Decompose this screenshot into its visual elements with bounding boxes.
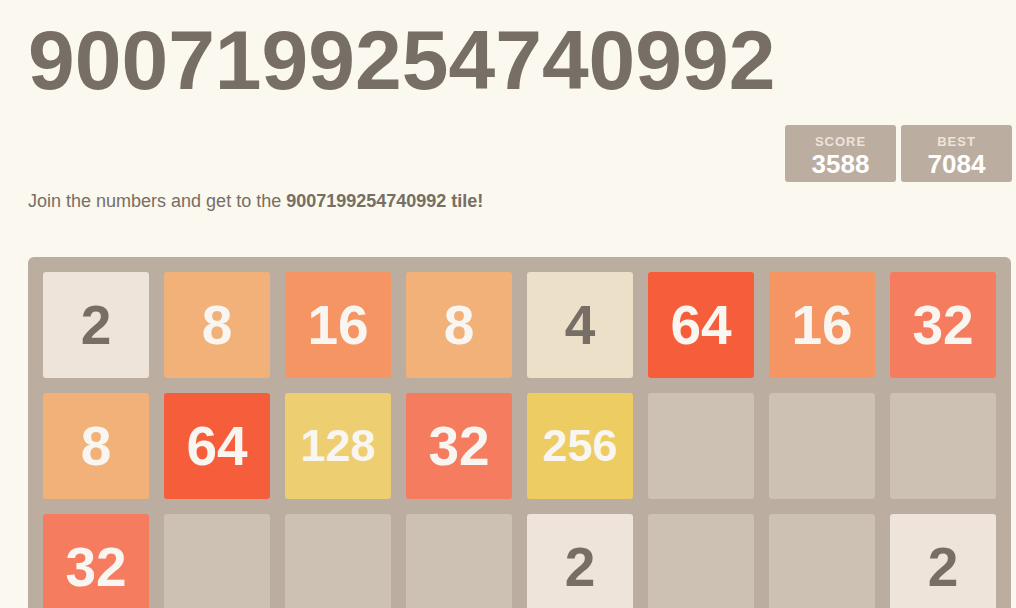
page-title: 9007199254740992	[28, 18, 775, 102]
empty-cell	[648, 514, 754, 608]
tile-256: 256	[527, 393, 633, 499]
score-panel: SCORE 3588 BEST 7084	[785, 125, 1012, 182]
tile-8: 8	[43, 393, 149, 499]
intro-text-normal: Join the numbers and get to the	[28, 191, 286, 211]
empty-cell	[406, 514, 512, 608]
tile-64: 64	[648, 272, 754, 378]
tile-8: 8	[406, 272, 512, 378]
intro-text: Join the numbers and get to the 90071992…	[28, 188, 483, 214]
best-box: BEST 7084	[901, 125, 1012, 182]
tile-32: 32	[43, 514, 149, 608]
tile-2: 2	[890, 514, 996, 608]
tile-32: 32	[406, 393, 512, 499]
empty-cell	[769, 514, 875, 608]
intro-text-bold: 9007199254740992 tile!	[286, 191, 483, 211]
empty-cell	[285, 514, 391, 608]
tile-128: 128	[285, 393, 391, 499]
score-box: SCORE 3588	[785, 125, 896, 182]
score-value: 3588	[785, 149, 896, 179]
empty-cell	[164, 514, 270, 608]
empty-cell	[648, 393, 754, 499]
board-grid[interactable]: 281684641632864128322563222	[28, 257, 1011, 608]
best-label: BEST	[901, 134, 1012, 149]
tile-64: 64	[164, 393, 270, 499]
tile-2: 2	[527, 514, 633, 608]
tile-16: 16	[769, 272, 875, 378]
empty-cell	[890, 393, 996, 499]
tile-4: 4	[527, 272, 633, 378]
tile-8: 8	[164, 272, 270, 378]
best-value: 7084	[901, 149, 1012, 179]
tile-2: 2	[43, 272, 149, 378]
tile-32: 32	[890, 272, 996, 378]
score-label: SCORE	[785, 134, 896, 149]
empty-cell	[769, 393, 875, 499]
tile-16: 16	[285, 272, 391, 378]
